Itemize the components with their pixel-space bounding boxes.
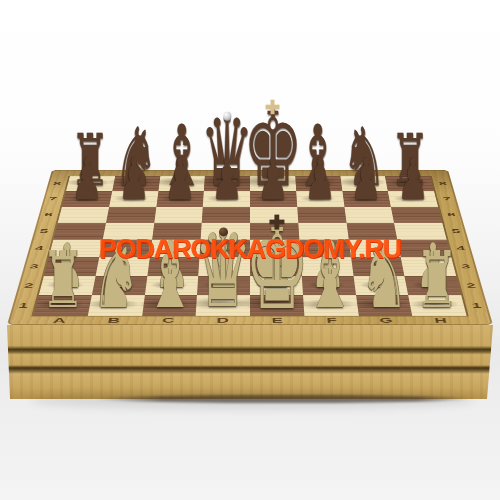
square-d1 xyxy=(196,295,250,315)
square-h1 xyxy=(408,295,466,315)
box-front-face xyxy=(0,325,500,399)
file-label-e: E xyxy=(272,317,283,324)
square-g1 xyxy=(356,295,413,315)
square-h6 xyxy=(391,207,442,223)
square-e1 xyxy=(250,295,304,315)
rank-label-left-5: 5 xyxy=(39,228,49,233)
square-c8 xyxy=(158,176,205,191)
finial-silver-ball xyxy=(223,112,231,120)
square-f6 xyxy=(297,207,346,223)
product-photo-stage: ABCDEFGH8765432187654321 ♜♞♝♛♚♝♞♜♟♟♟♟♟♟♟… xyxy=(0,0,500,500)
rank-label-right-4: 4 xyxy=(456,246,466,251)
rank-label-right-3: 3 xyxy=(461,264,471,270)
square-d2 xyxy=(197,276,250,295)
square-h8 xyxy=(385,176,434,191)
square-b1 xyxy=(88,295,145,315)
square-b7 xyxy=(109,191,158,206)
rank-label-right-7: 7 xyxy=(442,196,451,201)
square-d6 xyxy=(202,207,250,223)
square-g2 xyxy=(353,276,408,295)
square-e2 xyxy=(250,276,303,295)
rank-label-left-7: 7 xyxy=(48,196,57,201)
file-label-a: A xyxy=(53,317,67,324)
rank-label-left-8: 8 xyxy=(53,181,62,186)
rank-label-left-2: 2 xyxy=(24,282,35,288)
file-label-h: H xyxy=(434,317,448,324)
square-b6 xyxy=(106,207,156,223)
square-f2 xyxy=(302,276,356,295)
square-d8 xyxy=(204,176,250,191)
square-c6 xyxy=(154,207,203,223)
rank-label-left-6: 6 xyxy=(44,212,54,217)
square-a8 xyxy=(66,176,115,191)
rank-label-right-1: 1 xyxy=(471,302,482,308)
rank-label-right-2: 2 xyxy=(466,282,477,288)
square-f8 xyxy=(295,176,342,191)
rank-label-right-8: 8 xyxy=(438,181,447,186)
square-h2 xyxy=(405,276,462,295)
square-a7 xyxy=(62,191,112,206)
square-a4 xyxy=(49,240,103,258)
rank-label-right-6: 6 xyxy=(447,212,457,217)
box-shadow xyxy=(95,395,470,403)
square-b8 xyxy=(112,176,160,191)
square-d7 xyxy=(203,191,250,206)
square-f1 xyxy=(303,295,358,315)
square-f7 xyxy=(296,191,344,206)
square-b2 xyxy=(92,276,147,295)
square-c7 xyxy=(156,191,204,206)
square-h3 xyxy=(401,257,456,276)
square-h4 xyxy=(397,240,451,258)
file-label-f: F xyxy=(326,317,337,324)
square-h7 xyxy=(388,191,438,206)
square-a1 xyxy=(33,295,91,315)
square-e7 xyxy=(250,191,297,206)
square-e6 xyxy=(250,207,298,223)
finial-light-cross xyxy=(266,100,280,114)
square-g8 xyxy=(340,176,388,191)
square-g6 xyxy=(344,207,394,223)
square-g7 xyxy=(342,191,391,206)
square-a2 xyxy=(39,276,96,295)
rank-label-left-1: 1 xyxy=(18,302,29,308)
rank-label-left-3: 3 xyxy=(29,264,39,270)
file-label-b: B xyxy=(107,317,120,324)
square-c2 xyxy=(144,276,198,295)
watermark-text: PODAROKKAGDOMY.RU xyxy=(99,234,401,265)
file-label-g: G xyxy=(379,317,393,324)
rank-label-right-5: 5 xyxy=(451,228,461,233)
square-c1 xyxy=(142,295,197,315)
square-a6 xyxy=(58,207,109,223)
square-e8 xyxy=(250,176,296,191)
file-label-d: D xyxy=(217,317,229,324)
file-label-c: C xyxy=(162,317,175,324)
rank-label-left-4: 4 xyxy=(34,246,44,251)
square-a3 xyxy=(44,257,99,276)
square-h5 xyxy=(394,223,446,240)
